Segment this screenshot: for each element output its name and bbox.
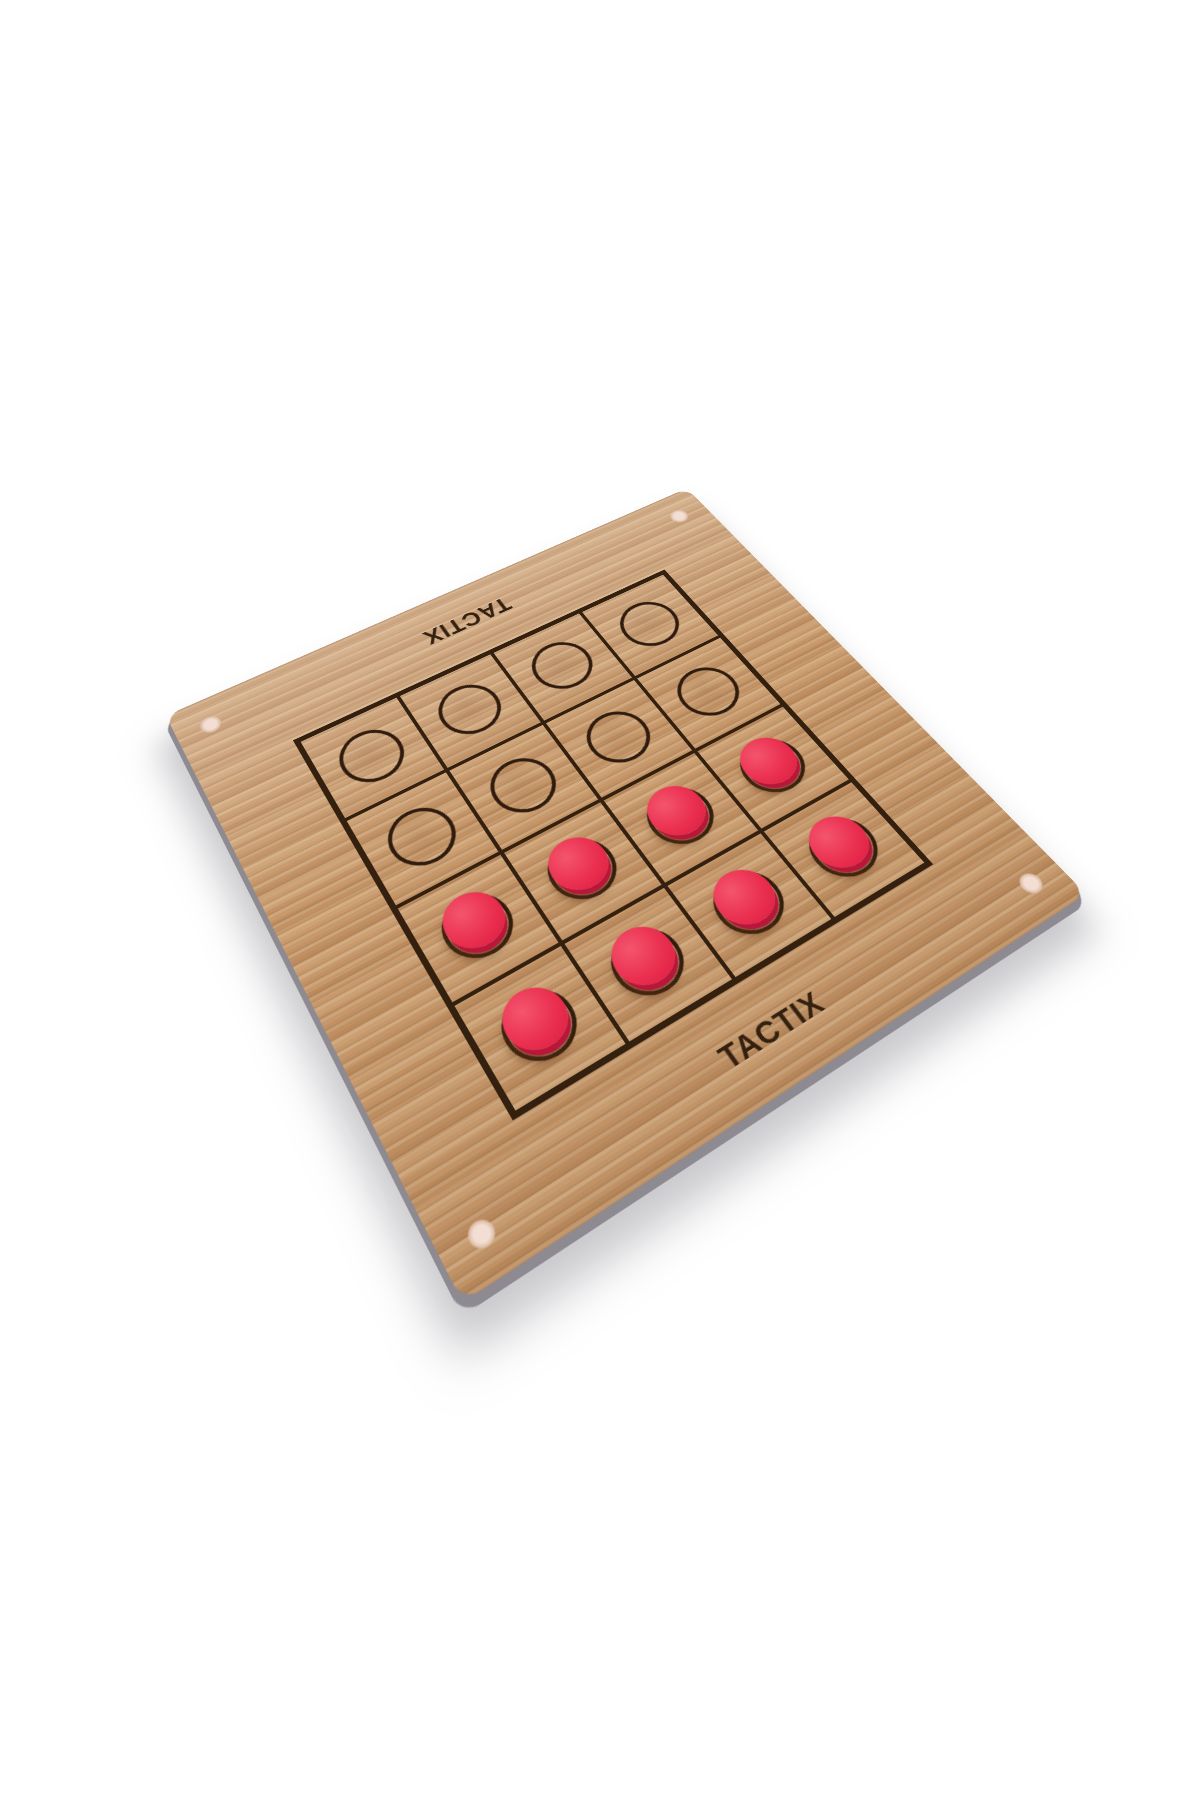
cell-ring — [575, 702, 663, 773]
cell-ring — [609, 594, 691, 655]
cell-ring — [479, 748, 568, 823]
cell-ring — [428, 676, 513, 744]
red-piece[interactable] — [490, 976, 580, 1062]
cell-ring — [521, 634, 604, 698]
cell-ring — [665, 659, 751, 726]
cell-ring — [377, 797, 468, 877]
tactix-board: TACTIX TACTIX — [166, 488, 1086, 1302]
photo-backdrop: TACTIX TACTIX — [0, 0, 1200, 1800]
red-piece[interactable] — [432, 882, 516, 959]
cell-ring — [329, 720, 415, 792]
